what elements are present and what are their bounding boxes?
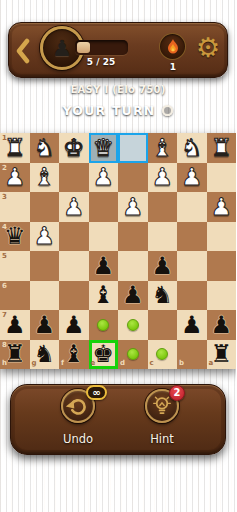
legal-move-dot <box>156 348 168 360</box>
rank-label: 1 <box>2 135 7 142</box>
square-b4[interactable] <box>177 222 207 252</box>
square-a2[interactable] <box>207 163 237 193</box>
square-g2[interactable]: ♝ <box>30 163 60 193</box>
square-d7[interactable] <box>118 310 148 340</box>
square-d5[interactable] <box>118 251 148 281</box>
square-f7[interactable]: ♟ <box>59 310 89 340</box>
square-d2[interactable] <box>118 163 148 193</box>
square-h1[interactable]: 1♜ <box>0 133 30 163</box>
square-h4[interactable]: 4♛ <box>0 222 30 252</box>
piece-bn: ♞ <box>33 342 55 366</box>
piece-wp: ♟ <box>92 165 114 189</box>
streak-count: 1 <box>158 62 188 72</box>
piece-wp: ♟ <box>181 165 203 189</box>
square-a1[interactable]: ♜ <box>207 133 237 163</box>
square-d4[interactable] <box>118 222 148 252</box>
undo-infinity-badge: ∞ <box>86 385 107 400</box>
square-e4[interactable] <box>89 222 119 252</box>
piece-wr: ♜ <box>210 136 232 160</box>
square-g7[interactable]: ♟ <box>30 310 60 340</box>
piece-bp: ♟ <box>4 313 26 337</box>
piece-bp: ♟ <box>33 313 55 337</box>
piece-wn: ♞ <box>181 136 203 160</box>
chess-board: 1♜♞♚♛♝♞♜2♟♝♟♟♟3♟♟♟4♛♟5♟♟6♝♟♞7♟♟♟♟♟8h♜g♞f… <box>0 133 236 369</box>
rank-label: 6 <box>2 283 7 290</box>
piece-wp: ♟ <box>210 195 232 219</box>
piece-br: ♜ <box>4 342 26 366</box>
square-g4[interactable]: ♟ <box>30 222 60 252</box>
piece-bk: ♚ <box>92 342 114 366</box>
square-a4[interactable] <box>207 222 237 252</box>
gear-icon: ⚙ <box>196 32 220 63</box>
hint-count-badge: 2 <box>169 385 185 401</box>
file-label: c <box>150 360 154 367</box>
piece-wp: ♟ <box>151 165 173 189</box>
square-e2[interactable]: ♟ <box>89 163 119 193</box>
square-b1[interactable]: ♞ <box>177 133 207 163</box>
black-pawn-icon: ♟ <box>52 36 72 61</box>
undo-label: Undo <box>48 432 108 446</box>
square-h6[interactable]: 6 <box>0 281 30 311</box>
square-h5[interactable]: 5 <box>0 251 30 281</box>
square-e1[interactable]: ♛ <box>89 133 119 163</box>
piece-bp: ♟ <box>151 254 173 278</box>
square-h2[interactable]: 2♟ <box>0 163 30 193</box>
square-e8[interactable]: e♚ <box>89 340 119 370</box>
square-b8[interactable]: b <box>177 340 207 370</box>
file-label: e <box>91 360 96 367</box>
file-label: a <box>209 360 214 367</box>
square-f8[interactable]: f♝ <box>59 340 89 370</box>
square-c6[interactable]: ♞ <box>148 281 178 311</box>
level-progress-bar <box>75 40 128 55</box>
chevron-left-icon <box>14 38 32 64</box>
rank-label: 8 <box>2 342 7 349</box>
piece-bp: ♟ <box>210 313 232 337</box>
level-progress-label: 5 / 25 <box>71 57 131 67</box>
square-b6[interactable] <box>177 281 207 311</box>
square-b2[interactable]: ♟ <box>177 163 207 193</box>
turn-side-circle-icon <box>162 105 173 116</box>
difficulty-label: EASY I (Elo 750) <box>0 84 236 95</box>
square-h3[interactable]: 3 <box>0 192 30 222</box>
file-label: f <box>61 360 64 367</box>
square-e7[interactable] <box>89 310 119 340</box>
piece-wn: ♞ <box>33 136 55 160</box>
square-g1[interactable]: ♞ <box>30 133 60 163</box>
square-a3[interactable]: ♟ <box>207 192 237 222</box>
piece-wq: ♛ <box>92 136 114 160</box>
file-label: d <box>120 360 125 367</box>
settings-button[interactable]: ⚙ <box>193 31 223 65</box>
piece-bb: ♝ <box>92 283 114 307</box>
piece-br: ♜ <box>210 342 232 366</box>
piece-wk: ♚ <box>63 136 85 160</box>
square-f3[interactable]: ♟ <box>59 192 89 222</box>
square-d1[interactable] <box>118 133 148 163</box>
square-c2[interactable]: ♟ <box>148 163 178 193</box>
turn-status: YOUR TURN <box>0 103 236 118</box>
square-f2[interactable] <box>59 163 89 193</box>
rank-label: 2 <box>2 165 7 172</box>
piece-wp: ♟ <box>4 165 26 189</box>
hint-label: Hint <box>132 432 192 446</box>
square-a6[interactable] <box>207 281 237 311</box>
rank-label: 7 <box>2 312 7 319</box>
piece-wp: ♟ <box>122 195 144 219</box>
square-g3[interactable] <box>30 192 60 222</box>
square-a5[interactable] <box>207 251 237 281</box>
rank-label: 5 <box>2 253 7 260</box>
turn-label: YOUR TURN <box>63 103 156 118</box>
square-f5[interactable] <box>59 251 89 281</box>
square-f4[interactable] <box>59 222 89 252</box>
level-progress-fill <box>77 42 90 53</box>
square-c1[interactable]: ♝ <box>148 133 178 163</box>
piece-bn: ♞ <box>151 283 173 307</box>
file-label: g <box>32 360 37 367</box>
square-h8[interactable]: 8h♜ <box>0 340 30 370</box>
file-label: h <box>2 360 7 367</box>
square-d3[interactable]: ♟ <box>118 192 148 222</box>
square-e6[interactable]: ♝ <box>89 281 119 311</box>
piece-wb: ♝ <box>151 136 173 160</box>
flame-icon <box>165 38 181 56</box>
piece-wp: ♟ <box>63 195 85 219</box>
square-b3[interactable] <box>177 192 207 222</box>
square-d6[interactable]: ♟ <box>118 281 148 311</box>
legal-move-dot <box>97 319 109 331</box>
square-c8[interactable]: c <box>148 340 178 370</box>
piece-bq: ♛ <box>4 224 26 248</box>
square-b7[interactable]: ♟ <box>177 310 207 340</box>
bottom-bar: ∞ Undo 2 Hint <box>10 384 226 455</box>
file-label: b <box>179 360 184 367</box>
square-a8[interactable]: a♜ <box>207 340 237 370</box>
piece-bp: ♟ <box>181 313 203 337</box>
square-g5[interactable] <box>30 251 60 281</box>
square-c4[interactable] <box>148 222 178 252</box>
rank-label: 3 <box>2 194 7 201</box>
square-f1[interactable]: ♚ <box>59 133 89 163</box>
square-h7[interactable]: 7♟ <box>0 310 30 340</box>
square-g8[interactable]: g♞ <box>30 340 60 370</box>
piece-wb: ♝ <box>33 165 55 189</box>
piece-wp: ♟ <box>33 224 55 248</box>
square-f6[interactable] <box>59 281 89 311</box>
square-e3[interactable] <box>89 192 119 222</box>
square-c3[interactable] <box>148 192 178 222</box>
square-e5[interactable]: ♟ <box>89 251 119 281</box>
legal-move-dot <box>127 348 139 360</box>
piece-bb: ♝ <box>63 342 85 366</box>
square-c7[interactable] <box>148 310 178 340</box>
square-b5[interactable] <box>177 251 207 281</box>
square-c5[interactable]: ♟ <box>148 251 178 281</box>
square-g6[interactable] <box>30 281 60 311</box>
streak-button[interactable] <box>159 33 186 60</box>
piece-bp: ♟ <box>63 313 85 337</box>
square-a7[interactable]: ♟ <box>207 310 237 340</box>
piece-wr: ♜ <box>4 136 26 160</box>
top-bar: ♟ 5 / 25 1 ⚙ <box>8 22 228 78</box>
back-button[interactable] <box>14 38 32 64</box>
legal-move-dot <box>127 319 139 331</box>
piece-bp: ♟ <box>92 254 114 278</box>
square-d8[interactable]: d <box>118 340 148 370</box>
rank-label: 4 <box>2 224 7 231</box>
piece-bp: ♟ <box>122 283 144 307</box>
